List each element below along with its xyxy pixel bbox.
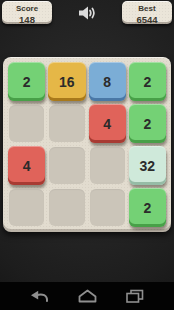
recents-icon[interactable] bbox=[125, 289, 144, 303]
tile-4: 4 bbox=[8, 146, 45, 185]
best-badge: Best 6544 bbox=[122, 1, 172, 24]
empty-cell bbox=[49, 189, 84, 226]
score-label: Score bbox=[2, 5, 52, 13]
sound-toggle-button[interactable] bbox=[77, 5, 97, 21]
score-badge: Score 148 bbox=[2, 1, 52, 24]
back-icon[interactable] bbox=[30, 289, 49, 303]
best-value: 6544 bbox=[122, 15, 172, 25]
tile-2: 2 bbox=[129, 188, 166, 227]
tile-2: 2 bbox=[129, 104, 166, 143]
tile-16: 16 bbox=[48, 62, 85, 101]
tile-4: 4 bbox=[89, 104, 126, 143]
game-board[interactable]: 21682424322 bbox=[3, 57, 171, 232]
android-navbar bbox=[0, 282, 174, 310]
tile-2: 2 bbox=[129, 62, 166, 101]
empty-cell bbox=[49, 105, 84, 142]
speaker-volume-icon bbox=[77, 5, 97, 21]
tile-2: 2 bbox=[8, 62, 45, 101]
home-icon[interactable] bbox=[78, 289, 97, 303]
empty-cell bbox=[9, 105, 44, 142]
game-screen: Score 148 Best 6544 21682424322 bbox=[0, 0, 174, 310]
score-value: 148 bbox=[2, 15, 52, 25]
best-label: Best bbox=[122, 5, 172, 13]
empty-cell bbox=[90, 147, 125, 184]
tile-8: 8 bbox=[89, 62, 126, 101]
empty-cell bbox=[90, 189, 125, 226]
tile-32: 32 bbox=[129, 146, 166, 185]
empty-cell bbox=[49, 147, 84, 184]
empty-cell bbox=[9, 189, 44, 226]
